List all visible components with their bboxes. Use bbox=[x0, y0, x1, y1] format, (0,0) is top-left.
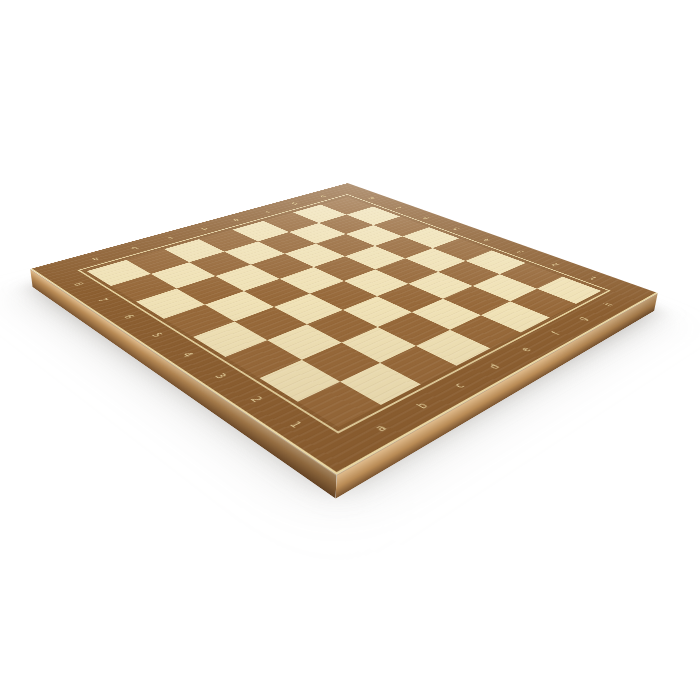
board-scene: 87654321 87654321 hgfedcba hgfedcba bbox=[0, 0, 700, 700]
square-a4 bbox=[193, 321, 267, 356]
product-photo-stage: 87654321 87654321 hgfedcba hgfedcba bbox=[0, 0, 700, 700]
square-f1 bbox=[481, 301, 550, 332]
square-a6 bbox=[136, 288, 205, 318]
square-d2 bbox=[378, 312, 450, 345]
chess-board: 87654321 87654321 hgfedcba hgfedcba bbox=[30, 183, 657, 475]
square-c2 bbox=[342, 327, 416, 363]
square-b4 bbox=[235, 307, 307, 340]
board-top-face: 87654321 87654321 hgfedcba hgfedcba bbox=[30, 183, 657, 475]
square-f2 bbox=[443, 286, 510, 315]
square-b1 bbox=[340, 363, 421, 405]
square-c4 bbox=[274, 294, 343, 325]
square-a3 bbox=[225, 340, 302, 378]
square-c1 bbox=[380, 345, 457, 384]
square-b5 bbox=[205, 291, 274, 321]
square-b3 bbox=[267, 324, 341, 360]
square-a1 bbox=[297, 381, 381, 427]
square-a2 bbox=[260, 360, 341, 402]
square-e3 bbox=[377, 283, 444, 312]
square-b6 bbox=[177, 276, 244, 304]
square-b2 bbox=[302, 343, 379, 382]
squares-grid bbox=[87, 197, 601, 427]
square-a7 bbox=[111, 274, 178, 302]
square-d3 bbox=[343, 296, 412, 327]
square-a5 bbox=[163, 304, 235, 337]
square-g1 bbox=[510, 288, 577, 317]
square-e1 bbox=[450, 315, 522, 348]
square-d1 bbox=[416, 330, 490, 366]
square-e2 bbox=[412, 299, 481, 330]
square-d4 bbox=[310, 281, 377, 310]
square-c5 bbox=[244, 279, 311, 307]
square-c3 bbox=[307, 310, 379, 343]
